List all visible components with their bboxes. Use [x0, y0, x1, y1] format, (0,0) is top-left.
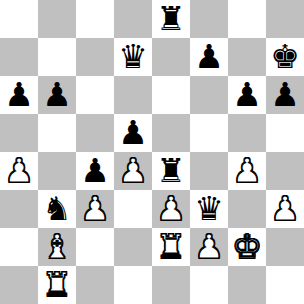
square-h3[interactable]: ♟ [266, 190, 304, 228]
square-f7[interactable]: ♟ [190, 38, 228, 76]
square-f3[interactable]: ♛ [190, 190, 228, 228]
square-c5[interactable] [76, 114, 114, 152]
square-e8[interactable]: ♜ [152, 0, 190, 38]
square-g6[interactable]: ♟ [228, 76, 266, 114]
piece-black-pawn[interactable]: ♟ [270, 76, 300, 114]
piece-black-knight[interactable]: ♞ [42, 190, 72, 228]
square-e1[interactable] [152, 266, 190, 304]
square-b1[interactable]: ♜ [38, 266, 76, 304]
square-f6[interactable] [190, 76, 228, 114]
piece-black-pawn[interactable]: ♟ [4, 76, 34, 114]
square-d7[interactable]: ♛ [114, 38, 152, 76]
square-f2[interactable]: ♟ [190, 228, 228, 266]
square-b8[interactable] [38, 0, 76, 38]
square-e5[interactable] [152, 114, 190, 152]
square-a1[interactable] [0, 266, 38, 304]
square-b2[interactable]: ♝ [38, 228, 76, 266]
square-a8[interactable] [0, 0, 38, 38]
square-a4[interactable]: ♟ [0, 152, 38, 190]
piece-white-pawn[interactable]: ♟ [4, 152, 34, 190]
square-h8[interactable] [266, 0, 304, 38]
square-a3[interactable] [0, 190, 38, 228]
square-d4[interactable]: ♟ [114, 152, 152, 190]
square-e3[interactable]: ♟ [152, 190, 190, 228]
square-e7[interactable] [152, 38, 190, 76]
square-c1[interactable] [76, 266, 114, 304]
piece-white-king[interactable]: ♚ [232, 228, 262, 266]
piece-white-bishop[interactable]: ♝ [42, 228, 72, 266]
piece-black-king[interactable]: ♚ [270, 38, 300, 76]
piece-black-pawn[interactable]: ♟ [80, 152, 110, 190]
square-a7[interactable] [0, 38, 38, 76]
piece-black-pawn[interactable]: ♟ [42, 76, 72, 114]
square-d5[interactable]: ♟ [114, 114, 152, 152]
square-g8[interactable] [228, 0, 266, 38]
square-g7[interactable] [228, 38, 266, 76]
square-g3[interactable] [228, 190, 266, 228]
square-d6[interactable] [114, 76, 152, 114]
square-g1[interactable] [228, 266, 266, 304]
square-d3[interactable] [114, 190, 152, 228]
square-f8[interactable] [190, 0, 228, 38]
square-h4[interactable] [266, 152, 304, 190]
square-c4[interactable]: ♟ [76, 152, 114, 190]
square-c6[interactable] [76, 76, 114, 114]
piece-white-pawn[interactable]: ♟ [118, 152, 148, 190]
piece-black-pawn[interactable]: ♟ [194, 38, 224, 76]
piece-white-pawn[interactable]: ♟ [194, 228, 224, 266]
piece-white-rook[interactable]: ♜ [156, 228, 186, 266]
piece-black-pawn[interactable]: ♟ [232, 76, 262, 114]
square-h2[interactable] [266, 228, 304, 266]
piece-black-queen[interactable]: ♛ [194, 190, 224, 228]
square-b7[interactable] [38, 38, 76, 76]
square-b5[interactable] [38, 114, 76, 152]
square-f4[interactable] [190, 152, 228, 190]
piece-white-pawn[interactable]: ♟ [80, 190, 110, 228]
square-d2[interactable] [114, 228, 152, 266]
square-e4[interactable]: ♜ [152, 152, 190, 190]
square-d1[interactable] [114, 266, 152, 304]
square-a2[interactable] [0, 228, 38, 266]
square-g5[interactable] [228, 114, 266, 152]
square-f5[interactable] [190, 114, 228, 152]
piece-white-pawn[interactable]: ♟ [270, 190, 300, 228]
piece-black-queen[interactable]: ♛ [118, 38, 148, 76]
square-a5[interactable] [0, 114, 38, 152]
square-b6[interactable]: ♟ [38, 76, 76, 114]
square-g4[interactable]: ♟ [228, 152, 266, 190]
square-c7[interactable] [76, 38, 114, 76]
square-c2[interactable] [76, 228, 114, 266]
piece-black-rook[interactable]: ♜ [156, 152, 186, 190]
square-d8[interactable] [114, 0, 152, 38]
square-f1[interactable] [190, 266, 228, 304]
square-e2[interactable]: ♜ [152, 228, 190, 266]
square-h7[interactable]: ♚ [266, 38, 304, 76]
square-h1[interactable] [266, 266, 304, 304]
square-c3[interactable]: ♟ [76, 190, 114, 228]
square-a6[interactable]: ♟ [0, 76, 38, 114]
square-h5[interactable] [266, 114, 304, 152]
chess-board: ♜♛♟♚♟♟♟♟♟♟♟♟♜♟♞♟♟♛♟♝♜♟♚♜ [0, 0, 304, 304]
piece-black-rook[interactable]: ♜ [156, 0, 186, 38]
square-b3[interactable]: ♞ [38, 190, 76, 228]
square-c8[interactable] [76, 0, 114, 38]
square-e6[interactable] [152, 76, 190, 114]
square-b4[interactable] [38, 152, 76, 190]
piece-white-pawn[interactable]: ♟ [156, 190, 186, 228]
piece-black-pawn[interactable]: ♟ [118, 114, 148, 152]
square-g2[interactable]: ♚ [228, 228, 266, 266]
piece-white-rook[interactable]: ♜ [42, 266, 72, 304]
piece-white-pawn[interactable]: ♟ [232, 152, 262, 190]
square-h6[interactable]: ♟ [266, 76, 304, 114]
